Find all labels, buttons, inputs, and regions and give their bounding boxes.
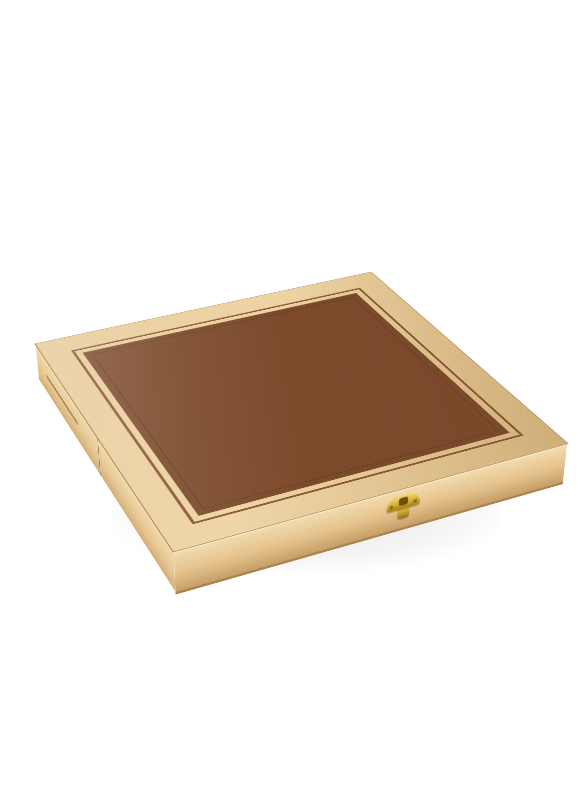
latch-screw-icon [414,498,418,502]
latch-screw-icon [390,505,394,509]
product-photo [0,0,587,800]
latch-hole [399,496,409,506]
brass-latch-icon [386,490,420,522]
